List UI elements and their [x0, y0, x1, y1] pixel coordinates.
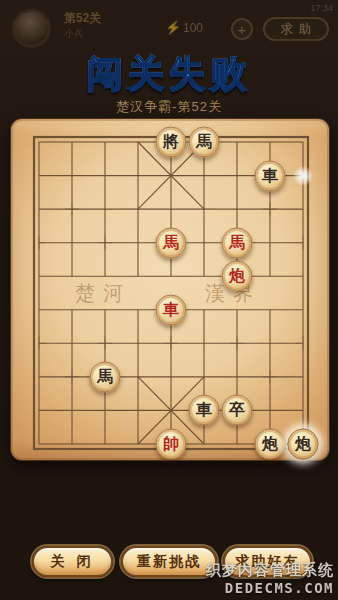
xiangqi-board[interactable]: 楚河 漢界 將馬車馬馬炮車馬車卒帥炮炮	[10, 118, 330, 461]
energy-value: 100	[183, 21, 203, 35]
piece-black-炮-8-9[interactable]: 炮	[288, 429, 319, 460]
rank-label: 小兵	[64, 27, 84, 41]
level-label: 第52关	[64, 10, 101, 27]
add-energy-button[interactable]: +	[231, 18, 253, 40]
piece-red-炮-6-4[interactable]: 炮	[222, 261, 253, 292]
player-avatar[interactable]	[14, 11, 49, 46]
ask-friends-button[interactable]: 求助好友	[223, 546, 312, 577]
close-button[interactable]: 关 闭	[32, 546, 113, 577]
piece-red-車-4-5[interactable]: 車	[156, 294, 187, 325]
game-screen: 17:34 第52关 小兵 ⚡ 100 + 求助 闯关失败 楚汉争霸-第52关	[0, 0, 338, 600]
lightning-icon: ⚡	[165, 20, 181, 35]
piece-black-將-4-0[interactable]: 將	[156, 127, 187, 158]
river-label-left: 楚河	[75, 281, 131, 305]
clock-time: 17:34	[310, 3, 333, 13]
piece-red-馬-6-3[interactable]: 馬	[222, 227, 253, 258]
piece-black-馬-2-7[interactable]: 馬	[90, 361, 121, 392]
piece-red-馬-4-3[interactable]: 馬	[156, 227, 187, 258]
piece-black-車-7-1[interactable]: 車	[255, 160, 286, 191]
result-title: 闯关失败	[0, 50, 338, 99]
last-move-marker	[293, 166, 313, 186]
piece-red-帥-4-9[interactable]: 帥	[156, 429, 187, 460]
piece-black-炮-7-9[interactable]: 炮	[255, 429, 286, 460]
piece-black-車-5-8[interactable]: 車	[189, 395, 220, 426]
watermark-line2: DEDECMS.COM	[206, 580, 334, 596]
stage-subtitle: 楚汉争霸-第52关	[0, 98, 338, 116]
piece-black-卒-6-8[interactable]: 卒	[222, 395, 253, 426]
help-button[interactable]: 求助	[263, 17, 329, 41]
piece-black-馬-5-0[interactable]: 馬	[189, 127, 220, 158]
top-bar: 17:34 第52关 小兵 ⚡ 100 + 求助	[0, 0, 338, 50]
retry-button[interactable]: 重新挑战	[121, 546, 217, 577]
